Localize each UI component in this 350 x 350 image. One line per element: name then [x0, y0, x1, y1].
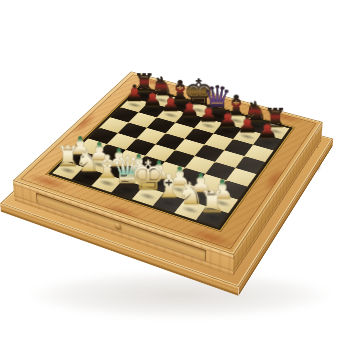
drawer-knob[interactable]: [114, 222, 121, 230]
piece-white-rook-h1[interactable]: ♜: [188, 187, 237, 217]
scene: ♜♞♝♚♛♝♞♜♟♟♟♟♟♟♟♟♟♟♟♟♟♟♟♟♜♞♝♛♚♝♞♜: [0, 0, 350, 350]
piece-black-pawn-h7[interactable]: ♟: [246, 118, 289, 142]
chess-box-top: ♜♞♝♚♛♝♞♜♟♟♟♟♟♟♟♟♟♟♟♟♟♟♟♟♜♞♝♛♚♝♞♜: [13, 71, 323, 255]
